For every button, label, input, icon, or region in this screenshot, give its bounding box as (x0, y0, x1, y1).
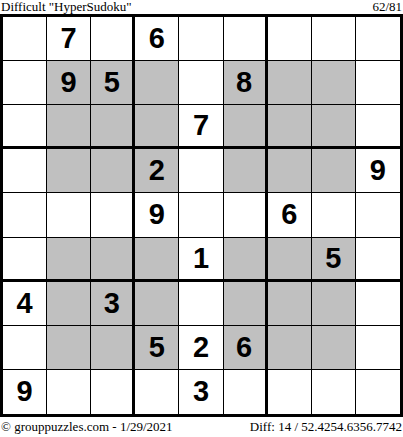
cell-r1c8[interactable] (312, 17, 356, 61)
cell-r9c8[interactable] (312, 370, 356, 414)
cell-r6c1[interactable] (3, 238, 47, 282)
cell-r5c8[interactable] (312, 193, 356, 237)
cell-r7c2[interactable] (47, 282, 91, 326)
cell-r3c6[interactable] (224, 105, 268, 149)
cell-r2c3: 5 (91, 61, 135, 105)
cell-r8c2[interactable] (47, 326, 91, 370)
cell-r3c8[interactable] (312, 105, 356, 149)
cell-r2c7[interactable] (268, 61, 312, 105)
cell-r6c3[interactable] (91, 238, 135, 282)
cell-r1c4: 6 (135, 17, 179, 61)
cell-r9c1: 9 (3, 370, 47, 414)
cell-r3c3[interactable] (91, 105, 135, 149)
cell-r4c8[interactable] (312, 149, 356, 193)
cell-r9c7[interactable] (268, 370, 312, 414)
cell-r5c9[interactable] (356, 193, 400, 237)
puzzle-page: Difficult "HyperSudoku" 62/81 7695872996… (0, 0, 403, 437)
cell-r6c9[interactable] (356, 238, 400, 282)
cell-r3c9[interactable] (356, 105, 400, 149)
cell-r4c4: 2 (135, 149, 179, 193)
cell-r7c9[interactable] (356, 282, 400, 326)
cell-r1c5[interactable] (179, 17, 223, 61)
cell-r1c9[interactable] (356, 17, 400, 61)
cell-r5c3[interactable] (91, 193, 135, 237)
cell-r5c5[interactable] (179, 193, 223, 237)
cell-r7c8[interactable] (312, 282, 356, 326)
cell-r7c5[interactable] (179, 282, 223, 326)
cell-r3c2[interactable] (47, 105, 91, 149)
cell-r8c1[interactable] (3, 326, 47, 370)
cell-r4c3[interactable] (91, 149, 135, 193)
cell-r2c8[interactable] (312, 61, 356, 105)
sudoku-board: 7695872996154352693 (0, 14, 403, 417)
cell-r1c1[interactable] (3, 17, 47, 61)
cell-r8c8[interactable] (312, 326, 356, 370)
cell-r8c7[interactable] (268, 326, 312, 370)
cell-r1c7[interactable] (268, 17, 312, 61)
cell-r6c4[interactable] (135, 238, 179, 282)
cell-r2c4[interactable] (135, 61, 179, 105)
cell-r2c1[interactable] (3, 61, 47, 105)
cell-r5c2[interactable] (47, 193, 91, 237)
cell-r8c5: 2 (179, 326, 223, 370)
difficulty-text: Diff: 14 / 52.4254.6356.7742 (250, 419, 402, 435)
cell-r7c4[interactable] (135, 282, 179, 326)
cell-r3c1[interactable] (3, 105, 47, 149)
cell-r2c9[interactable] (356, 61, 400, 105)
cell-r6c6[interactable] (224, 238, 268, 282)
cell-r6c5: 1 (179, 238, 223, 282)
cell-r5c1[interactable] (3, 193, 47, 237)
cell-r6c2[interactable] (47, 238, 91, 282)
empty-cell-counter: 62/81 (372, 0, 402, 14)
cell-r4c7[interactable] (268, 149, 312, 193)
cell-r2c6: 8 (224, 61, 268, 105)
cell-r5c4: 9 (135, 193, 179, 237)
cell-r9c4[interactable] (135, 370, 179, 414)
cell-r8c6: 6 (224, 326, 268, 370)
cell-r3c4[interactable] (135, 105, 179, 149)
cell-r9c3[interactable] (91, 370, 135, 414)
cell-r3c5: 7 (179, 105, 223, 149)
cell-r9c5: 3 (179, 370, 223, 414)
cell-r7c1: 4 (3, 282, 47, 326)
cell-r6c8: 5 (312, 238, 356, 282)
cell-r5c7: 6 (268, 193, 312, 237)
cell-r4c5[interactable] (179, 149, 223, 193)
cell-r4c9: 9 (356, 149, 400, 193)
cell-r9c6[interactable] (224, 370, 268, 414)
cell-r2c5[interactable] (179, 61, 223, 105)
cell-r4c1[interactable] (3, 149, 47, 193)
copyright-text: © grouppuzzles.com - 1/29/2021 (1, 419, 173, 435)
cell-r1c3[interactable] (91, 17, 135, 61)
cell-r3c7[interactable] (268, 105, 312, 149)
cell-r4c2[interactable] (47, 149, 91, 193)
header: Difficult "HyperSudoku" 62/81 (0, 0, 403, 14)
cell-r9c2[interactable] (47, 370, 91, 414)
cell-r4c6[interactable] (224, 149, 268, 193)
puzzle-title: Difficult "HyperSudoku" (1, 0, 132, 14)
cell-r1c6[interactable] (224, 17, 268, 61)
cell-r2c2: 9 (47, 61, 91, 105)
cell-r1c2: 7 (47, 17, 91, 61)
cell-r8c3[interactable] (91, 326, 135, 370)
footer: © grouppuzzles.com - 1/29/2021 Diff: 14 … (0, 417, 403, 437)
cell-r7c6[interactable] (224, 282, 268, 326)
cell-r8c9[interactable] (356, 326, 400, 370)
cell-r7c7[interactable] (268, 282, 312, 326)
cell-r5c6[interactable] (224, 193, 268, 237)
cell-r7c3: 3 (91, 282, 135, 326)
cell-r6c7[interactable] (268, 238, 312, 282)
cell-r8c4: 5 (135, 326, 179, 370)
cell-r9c9[interactable] (356, 370, 400, 414)
